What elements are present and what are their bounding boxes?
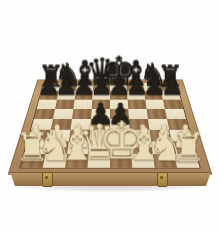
square-f8: ♝ xyxy=(126,83,144,91)
square-c8: ♝ xyxy=(76,83,94,91)
square-e3 xyxy=(110,130,131,142)
square-b3 xyxy=(48,130,70,142)
square-a5 xyxy=(34,109,55,119)
square-b2: ♟ xyxy=(46,141,69,154)
square-d7: ♟ xyxy=(92,91,110,100)
square-g8: ♞ xyxy=(143,83,161,91)
black-rook-a8: ♜ xyxy=(37,61,64,91)
square-g3 xyxy=(149,130,171,142)
square-a7: ♟ xyxy=(39,91,58,100)
square-f1: ♝ xyxy=(131,154,154,168)
square-f2: ♟ xyxy=(131,141,153,154)
square-c4 xyxy=(71,119,91,130)
square-c1: ♝ xyxy=(65,154,88,168)
square-d4: ♟ xyxy=(90,119,110,130)
product-photo-scene: ♜♞♝♛♚♝♞♜♟♟♟♟♟♟♟♟♟♟♟♟♟♟♟♟♟♟♜♞♝♛♚♝♞♜ xyxy=(0,0,220,230)
square-a1: ♜ xyxy=(20,154,45,168)
square-b4 xyxy=(51,119,72,130)
square-b1: ♞ xyxy=(43,154,67,168)
square-d6 xyxy=(92,100,110,109)
square-b8: ♞ xyxy=(59,83,77,91)
square-h1: ♜ xyxy=(174,154,199,168)
square-c5 xyxy=(72,109,92,119)
folding-box-front-edge xyxy=(10,172,211,186)
square-g4 xyxy=(148,119,169,130)
square-a2: ♟ xyxy=(24,141,48,154)
square-g5 xyxy=(147,109,167,119)
brass-clasp-right-icon xyxy=(157,172,168,187)
square-e1: ♚ xyxy=(110,154,132,168)
square-f6 xyxy=(128,100,147,109)
square-f5 xyxy=(128,109,148,119)
square-f4 xyxy=(129,119,149,130)
chess-board-grid: ♜♞♝♛♚♝♞♜♟♟♟♟♟♟♟♟♟♟♟♟♟♟♟♟♟♟♜♞♝♛♚♝♞♜ xyxy=(20,83,199,168)
square-h7: ♟ xyxy=(161,91,180,100)
square-h5 xyxy=(165,109,186,119)
square-b7: ♟ xyxy=(57,91,76,100)
square-d1: ♛ xyxy=(88,154,110,168)
square-a6 xyxy=(37,100,57,109)
square-c3 xyxy=(69,130,90,142)
square-h4 xyxy=(167,119,189,130)
square-e5 xyxy=(110,109,129,119)
square-a8: ♜ xyxy=(42,83,61,91)
square-c2: ♟ xyxy=(67,141,89,154)
square-g2: ♟ xyxy=(151,141,174,154)
square-h8: ♜ xyxy=(159,83,178,91)
square-h3 xyxy=(169,130,192,142)
square-c6 xyxy=(73,100,92,109)
square-a4 xyxy=(31,119,53,130)
chess-board: ♜♞♝♛♚♝♞♜♟♟♟♟♟♟♟♟♟♟♟♟♟♟♟♟♟♟♜♞♝♛♚♝♞♜ xyxy=(8,79,213,174)
square-e8: ♚ xyxy=(110,83,127,91)
brass-clasp-left-icon xyxy=(42,172,53,187)
square-g7: ♟ xyxy=(144,91,163,100)
square-e4: ♟ xyxy=(110,119,130,130)
square-d2: ♟ xyxy=(89,141,110,154)
square-h2: ♟ xyxy=(172,141,196,154)
square-e6 xyxy=(110,100,128,109)
square-c7: ♟ xyxy=(75,91,93,100)
square-f3 xyxy=(130,130,151,142)
black-rook-h8: ♜ xyxy=(156,61,183,91)
square-b5 xyxy=(53,109,73,119)
white-rook-h1: ♜ xyxy=(171,128,206,167)
square-g1: ♞ xyxy=(153,154,177,168)
square-a3 xyxy=(28,130,51,142)
square-e7: ♟ xyxy=(110,91,128,100)
square-h6 xyxy=(163,100,183,109)
square-d3 xyxy=(89,130,110,142)
square-b6 xyxy=(55,100,75,109)
square-d8: ♛ xyxy=(93,83,110,91)
square-e2: ♟ xyxy=(110,141,131,154)
square-f7: ♟ xyxy=(127,91,145,100)
square-d5 xyxy=(91,109,110,119)
square-g6 xyxy=(145,100,165,109)
